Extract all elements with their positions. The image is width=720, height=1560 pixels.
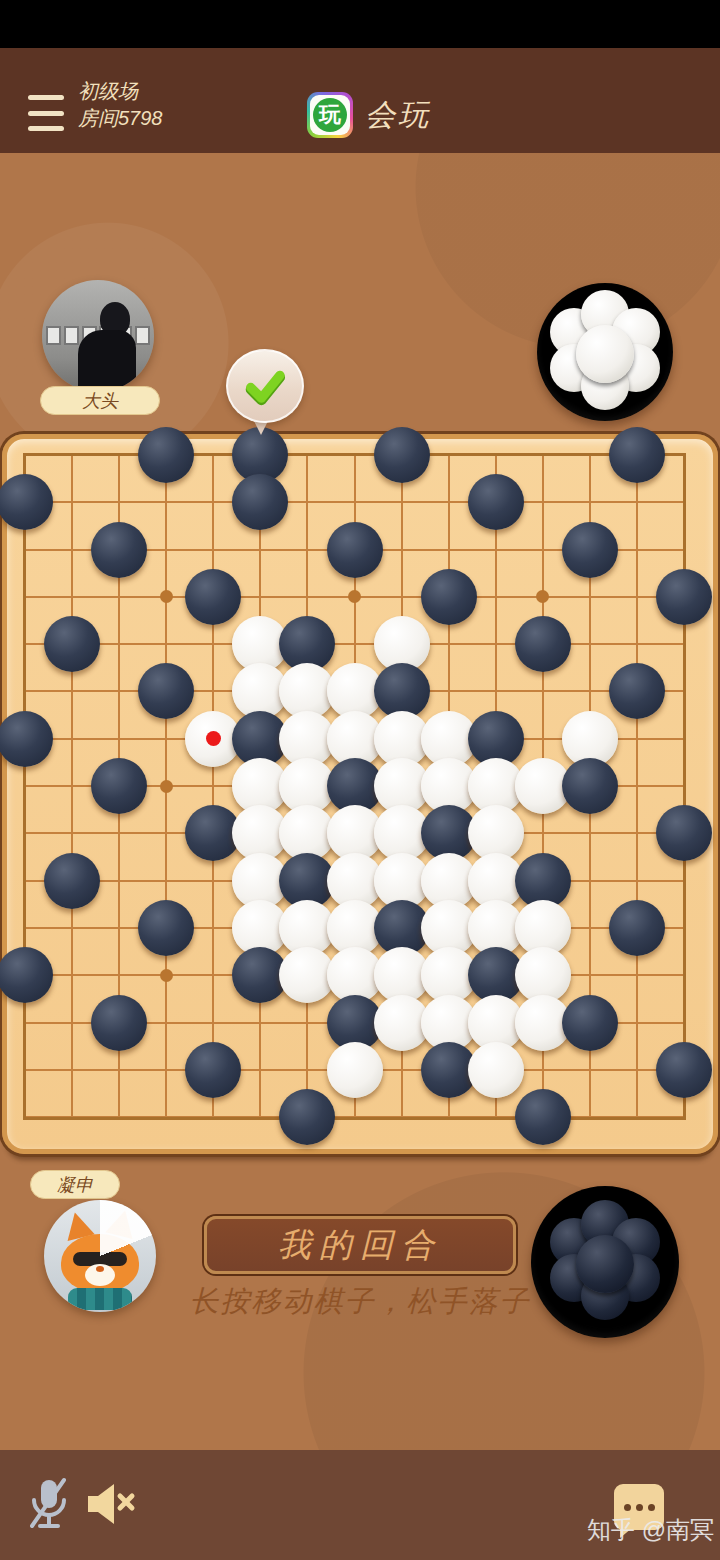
room-info: 初级场 房间5798	[78, 78, 163, 132]
watermark: 知乎 @南冥	[587, 1514, 714, 1546]
white-stone-bowl	[537, 283, 673, 421]
black-stone-r10c3[interactable]	[138, 900, 194, 956]
black-stone-r4c11[interactable]	[515, 616, 571, 672]
black-stone-r13c14[interactable]	[656, 1042, 712, 1098]
confirm-bubble	[226, 349, 304, 423]
black-stone-r14c6[interactable]	[279, 1089, 335, 1145]
checkmark-icon	[242, 366, 288, 406]
star-point	[160, 780, 173, 793]
app-name: 会玩	[365, 95, 431, 136]
black-stone-r5c13[interactable]	[609, 663, 665, 719]
speaker-muted-icon[interactable]	[84, 1480, 140, 1532]
black-stone-r10c13[interactable]	[609, 900, 665, 956]
black-stone-r3c4[interactable]	[185, 569, 241, 625]
black-stone-r2c2[interactable]	[91, 522, 147, 578]
mic-muted-icon[interactable]	[26, 1476, 72, 1538]
black-stone-r2c7[interactable]	[327, 522, 383, 578]
black-stone-r6c0[interactable]	[0, 711, 53, 767]
bowl-stone-white	[576, 325, 634, 383]
black-stone-r7c12[interactable]	[562, 758, 618, 814]
black-stone-r1c10[interactable]	[468, 474, 524, 530]
black-stone-r0c13[interactable]	[609, 427, 665, 483]
turn-banner: 我的回合	[204, 1216, 516, 1274]
black-stone-r9c1[interactable]	[44, 853, 100, 909]
black-stone-r0c3[interactable]	[138, 427, 194, 483]
last-move-red-dot	[206, 731, 221, 746]
opponent-avatar[interactable]	[42, 280, 154, 392]
logo-char: 玩	[313, 98, 347, 132]
room-id: 房间5798	[78, 105, 163, 132]
player-name: 凝申	[30, 1170, 120, 1199]
bowl-stone-black	[576, 1235, 634, 1293]
black-stone-r12c2[interactable]	[91, 995, 147, 1051]
black-stone-r8c14[interactable]	[656, 805, 712, 861]
app-logo: 玩 会玩	[307, 92, 431, 138]
black-stone-r4c1[interactable]	[44, 616, 100, 672]
black-stone-r7c2[interactable]	[91, 758, 147, 814]
star-point	[160, 969, 173, 982]
black-stone-r0c8[interactable]	[374, 427, 430, 483]
black-stone-r12c12[interactable]	[562, 995, 618, 1051]
white-stone-r13c10[interactable]	[468, 1042, 524, 1098]
black-stone-r14c11[interactable]	[515, 1089, 571, 1145]
black-stone-r3c9[interactable]	[421, 569, 477, 625]
menu-icon[interactable]	[28, 95, 64, 131]
app-logo-icon: 玩	[307, 92, 353, 138]
black-stone-r13c4[interactable]	[185, 1042, 241, 1098]
black-stone-bowl	[531, 1186, 679, 1338]
black-stone-r3c14[interactable]	[656, 569, 712, 625]
white-stone-r13c7[interactable]	[327, 1042, 383, 1098]
black-stone-r2c12[interactable]	[562, 522, 618, 578]
opponent-name: 大头	[40, 386, 160, 415]
avatar-silhouette-body	[78, 330, 136, 392]
status-bar	[0, 0, 720, 48]
room-level: 初级场	[78, 78, 163, 105]
board[interactable]	[2, 434, 718, 1154]
